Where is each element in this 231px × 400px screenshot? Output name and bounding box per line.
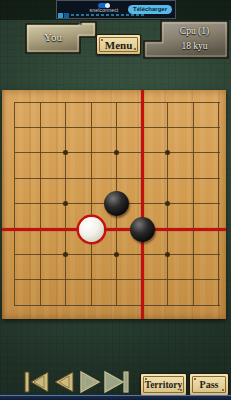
menu-button[interactable]: Menu (96, 34, 141, 55)
star-point (114, 252, 119, 257)
black-stone (104, 191, 129, 216)
ad-fineprint (71, 14, 145, 16)
last-move-crosshair-vertical (141, 90, 144, 319)
you-label: You (24, 31, 82, 43)
star-point (165, 252, 170, 257)
grid-line-vertical (14, 102, 15, 306)
grid-line-horizontal (15, 305, 220, 306)
ad-banner[interactable]: snelconnect Télécharger (56, 0, 176, 19)
ad-logo: snelconnect (79, 2, 129, 13)
pass-label: Pass (200, 379, 219, 390)
star-point (63, 150, 68, 155)
player-plaque-cpu: Cpu (1) 18 kyu (141, 20, 230, 59)
grid-line-horizontal (15, 279, 220, 280)
nav-last-button[interactable] (103, 370, 130, 394)
grid-line-vertical (218, 102, 219, 306)
ad-info-icon[interactable] (58, 13, 63, 18)
go-board[interactable] (2, 90, 226, 319)
last-move-crosshair-horizontal (2, 228, 226, 231)
nav-next-button[interactable] (77, 370, 104, 394)
white-stone (79, 217, 104, 242)
bottom-status-strip (0, 395, 231, 400)
menu-label: Menu (105, 39, 133, 51)
ad-download-button[interactable]: Télécharger (128, 5, 172, 14)
go-app-screen: snelconnect Télécharger You Menu (0, 0, 231, 400)
star-point (63, 252, 68, 257)
ad-close-icon[interactable] (64, 13, 69, 18)
star-point (165, 150, 170, 155)
ad-logo-text: snelconnect (79, 8, 129, 13)
nav-previous-button[interactable] (50, 370, 77, 394)
player-plaque-you: You (24, 21, 98, 54)
grid-line-vertical (193, 102, 194, 306)
grid-line-vertical (91, 102, 92, 306)
grid-line-horizontal (15, 178, 220, 179)
nav-first-button[interactable] (23, 370, 50, 394)
territory-label: Territory (145, 380, 183, 390)
territory-button[interactable]: Territory (140, 373, 187, 396)
cpu-rank-label: 18 kyu (161, 41, 228, 51)
star-point (165, 201, 170, 206)
cpu-name-label: Cpu (1) (161, 26, 228, 36)
grid-line-horizontal (15, 127, 220, 128)
ad-control-icons[interactable] (58, 13, 69, 18)
star-point (63, 201, 68, 206)
grid-line-horizontal (15, 102, 220, 103)
grid-line-vertical (40, 102, 41, 306)
black-stone (130, 217, 155, 242)
star-point (114, 150, 119, 155)
pass-button[interactable]: Pass (189, 373, 229, 396)
